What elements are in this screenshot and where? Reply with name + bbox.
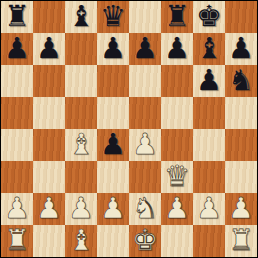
board-frame: ♜♝♛♜♚♟♟♟♟♟♝♟♟♞♝♟♟♛♟♟♟♟♞♟♟♟♜♝♚♜ bbox=[0, 0, 258, 258]
square-h5[interactable] bbox=[225, 97, 257, 129]
square-a5[interactable] bbox=[1, 97, 33, 129]
square-d1[interactable] bbox=[97, 225, 129, 257]
chess-board: ♜♝♛♜♚♟♟♟♟♟♝♟♟♞♝♟♟♛♟♟♟♟♞♟♟♟♜♝♚♜ bbox=[1, 1, 257, 257]
square-e1[interactable]: ♚ bbox=[129, 225, 161, 257]
square-c3[interactable] bbox=[65, 161, 97, 193]
piece-black-bishop[interactable]: ♝ bbox=[193, 33, 225, 64]
square-f8[interactable]: ♜ bbox=[161, 1, 193, 33]
square-f7[interactable]: ♟ bbox=[161, 33, 193, 65]
square-h4[interactable] bbox=[225, 129, 257, 161]
square-f3[interactable]: ♛ bbox=[161, 161, 193, 193]
square-h1[interactable]: ♜ bbox=[225, 225, 257, 257]
piece-white-pawn[interactable]: ♟ bbox=[97, 193, 129, 224]
piece-black-rook[interactable]: ♜ bbox=[161, 1, 193, 32]
square-g8[interactable]: ♚ bbox=[193, 1, 225, 33]
square-b2[interactable]: ♟ bbox=[33, 193, 65, 225]
piece-white-rook[interactable]: ♜ bbox=[225, 225, 257, 256]
square-b5[interactable] bbox=[33, 97, 65, 129]
square-d3[interactable] bbox=[97, 161, 129, 193]
piece-white-pawn[interactable]: ♟ bbox=[193, 193, 225, 224]
piece-black-queen[interactable]: ♛ bbox=[97, 1, 129, 32]
square-e7[interactable]: ♟ bbox=[129, 33, 161, 65]
square-d4[interactable]: ♟ bbox=[97, 129, 129, 161]
square-a6[interactable] bbox=[1, 65, 33, 97]
square-a4[interactable] bbox=[1, 129, 33, 161]
piece-white-bishop[interactable]: ♝ bbox=[65, 129, 97, 160]
square-c6[interactable] bbox=[65, 65, 97, 97]
piece-white-pawn[interactable]: ♟ bbox=[65, 193, 97, 224]
square-h7[interactable]: ♟ bbox=[225, 33, 257, 65]
piece-white-king[interactable]: ♚ bbox=[129, 225, 161, 256]
square-a1[interactable]: ♜ bbox=[1, 225, 33, 257]
square-g2[interactable]: ♟ bbox=[193, 193, 225, 225]
square-f5[interactable] bbox=[161, 97, 193, 129]
square-d2[interactable]: ♟ bbox=[97, 193, 129, 225]
square-e5[interactable] bbox=[129, 97, 161, 129]
square-e2[interactable]: ♞ bbox=[129, 193, 161, 225]
square-a2[interactable]: ♟ bbox=[1, 193, 33, 225]
piece-white-pawn[interactable]: ♟ bbox=[161, 193, 193, 224]
piece-black-pawn[interactable]: ♟ bbox=[193, 65, 225, 96]
square-h2[interactable]: ♟ bbox=[225, 193, 257, 225]
piece-black-king[interactable]: ♚ bbox=[193, 1, 225, 32]
square-c8[interactable]: ♝ bbox=[65, 1, 97, 33]
piece-black-knight[interactable]: ♞ bbox=[225, 65, 257, 96]
square-f6[interactable] bbox=[161, 65, 193, 97]
square-b8[interactable] bbox=[33, 1, 65, 33]
piece-white-bishop[interactable]: ♝ bbox=[65, 225, 97, 256]
square-h6[interactable]: ♞ bbox=[225, 65, 257, 97]
square-e3[interactable] bbox=[129, 161, 161, 193]
piece-black-bishop[interactable]: ♝ bbox=[65, 1, 97, 32]
square-e6[interactable] bbox=[129, 65, 161, 97]
square-h3[interactable] bbox=[225, 161, 257, 193]
square-b1[interactable] bbox=[33, 225, 65, 257]
piece-white-pawn[interactable]: ♟ bbox=[1, 193, 33, 224]
piece-white-pawn[interactable]: ♟ bbox=[33, 193, 65, 224]
piece-white-knight[interactable]: ♞ bbox=[129, 193, 161, 224]
square-d7[interactable]: ♟ bbox=[97, 33, 129, 65]
square-b3[interactable] bbox=[33, 161, 65, 193]
square-b6[interactable] bbox=[33, 65, 65, 97]
square-g4[interactable] bbox=[193, 129, 225, 161]
square-b7[interactable]: ♟ bbox=[33, 33, 65, 65]
piece-white-pawn[interactable]: ♟ bbox=[129, 129, 161, 160]
piece-black-pawn[interactable]: ♟ bbox=[129, 33, 161, 64]
piece-black-pawn[interactable]: ♟ bbox=[225, 33, 257, 64]
square-f2[interactable]: ♟ bbox=[161, 193, 193, 225]
piece-black-pawn[interactable]: ♟ bbox=[161, 33, 193, 64]
piece-black-pawn[interactable]: ♟ bbox=[97, 129, 129, 160]
square-g7[interactable]: ♝ bbox=[193, 33, 225, 65]
square-d5[interactable] bbox=[97, 97, 129, 129]
piece-white-rook[interactable]: ♜ bbox=[1, 225, 33, 256]
square-g6[interactable]: ♟ bbox=[193, 65, 225, 97]
square-a8[interactable]: ♜ bbox=[1, 1, 33, 33]
square-c2[interactable]: ♟ bbox=[65, 193, 97, 225]
square-a3[interactable] bbox=[1, 161, 33, 193]
square-f4[interactable] bbox=[161, 129, 193, 161]
square-c1[interactable]: ♝ bbox=[65, 225, 97, 257]
square-g3[interactable] bbox=[193, 161, 225, 193]
piece-black-pawn[interactable]: ♟ bbox=[1, 33, 33, 64]
square-c4[interactable]: ♝ bbox=[65, 129, 97, 161]
square-c7[interactable] bbox=[65, 33, 97, 65]
piece-black-rook[interactable]: ♜ bbox=[1, 1, 33, 32]
square-e4[interactable]: ♟ bbox=[129, 129, 161, 161]
square-e8[interactable] bbox=[129, 1, 161, 33]
square-g1[interactable] bbox=[193, 225, 225, 257]
square-a7[interactable]: ♟ bbox=[1, 33, 33, 65]
piece-black-pawn[interactable]: ♟ bbox=[33, 33, 65, 64]
square-d8[interactable]: ♛ bbox=[97, 1, 129, 33]
piece-white-pawn[interactable]: ♟ bbox=[225, 193, 257, 224]
square-f1[interactable] bbox=[161, 225, 193, 257]
square-b4[interactable] bbox=[33, 129, 65, 161]
piece-white-queen[interactable]: ♛ bbox=[161, 161, 193, 192]
square-g5[interactable] bbox=[193, 97, 225, 129]
square-h8[interactable] bbox=[225, 1, 257, 33]
piece-black-pawn[interactable]: ♟ bbox=[97, 33, 129, 64]
square-c5[interactable] bbox=[65, 97, 97, 129]
square-d6[interactable] bbox=[97, 65, 129, 97]
